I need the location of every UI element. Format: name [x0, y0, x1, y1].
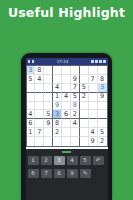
sudoku-cell-r7c7[interactable]: [80, 119, 89, 128]
phone-mockup: 17:24 3854978475314529984536269841724592…: [21, 53, 112, 200]
page-title: Useful Highlight: [0, 5, 133, 20]
sudoku-cell-r7c9[interactable]: [98, 119, 107, 128]
sudoku-cell-r9c2[interactable]: [35, 137, 44, 146]
pencil-icon[interactable]: ✎: [80, 169, 91, 178]
sudoku-cell-r4c7[interactable]: 2: [80, 93, 89, 102]
battery-icon: [103, 60, 106, 63]
key-2[interactable]: 2: [41, 156, 52, 165]
sudoku-cell-r3c7[interactable]: 5: [80, 84, 89, 93]
status-bar-right-icons: [91, 60, 106, 63]
key-8[interactable]: 8: [54, 169, 65, 178]
sudoku-cell-r6c4[interactable]: 3: [53, 110, 62, 119]
sudoku-cell-r2c4[interactable]: [53, 75, 62, 84]
sudoku-cell-r6c1[interactable]: 4: [27, 110, 36, 119]
sudoku-cell-r5c9[interactable]: [98, 102, 107, 111]
sudoku-cell-r3c4[interactable]: 4: [53, 84, 62, 93]
sudoku-cell-r5c6[interactable]: 8: [71, 102, 80, 111]
sudoku-cell-r5c3[interactable]: [44, 102, 53, 111]
sudoku-cell-r4c6[interactable]: 5: [71, 93, 80, 102]
signal-icon: [95, 60, 98, 63]
sudoku-cell-r2c1[interactable]: 5: [27, 75, 36, 84]
sudoku-cell-r8c4[interactable]: 2: [53, 128, 62, 137]
sudoku-cell-r2c9[interactable]: 8: [98, 75, 107, 84]
alarm-icon: [91, 60, 94, 63]
sudoku-cell-r4c8[interactable]: [89, 93, 98, 102]
sudoku-cell-r3c1[interactable]: [27, 84, 36, 93]
sudoku-cell-r2c2[interactable]: 4: [35, 75, 44, 84]
sudoku-cell-r5c4[interactable]: 9: [53, 102, 62, 111]
sudoku-cell-r1c3[interactable]: [44, 66, 53, 75]
sudoku-cell-r6c7[interactable]: [80, 110, 89, 119]
sudoku-cell-r1c5[interactable]: [62, 66, 71, 75]
sudoku-cell-r6c6[interactable]: 2: [71, 110, 80, 119]
sudoku-cell-r2c5[interactable]: [62, 75, 71, 84]
status-bar-left-icons: [28, 60, 35, 63]
sudoku-cell-r6c9[interactable]: [98, 110, 107, 119]
sudoku-cell-r2c8[interactable]: 7: [89, 75, 98, 84]
sudoku-cell-r8c5[interactable]: [62, 128, 71, 137]
sudoku-cell-r8c6[interactable]: [71, 128, 80, 137]
sudoku-cell-r7c1[interactable]: 6: [27, 119, 36, 128]
sudoku-cell-r4c2[interactable]: [35, 93, 44, 102]
sudoku-cell-r8c2[interactable]: 7: [35, 128, 44, 137]
sudoku-cell-r4c9[interactable]: 9: [98, 93, 107, 102]
sudoku-cell-r8c7[interactable]: [80, 128, 89, 137]
sudoku-cell-r1c9[interactable]: [98, 66, 107, 75]
sudoku-cell-r1c2[interactable]: 8: [35, 66, 44, 75]
phone-screen: 17:24 3854978475314529984536269841724592…: [26, 58, 108, 200]
sudoku-cell-r7c3[interactable]: 9: [44, 119, 53, 128]
keypad-row-1: 12345↶: [26, 156, 108, 165]
key-3[interactable]: 3: [54, 156, 65, 165]
sudoku-cell-r9c3[interactable]: [44, 137, 53, 146]
sudoku-cell-r5c7[interactable]: [80, 102, 89, 111]
sudoku-cell-r8c9[interactable]: 5: [98, 128, 107, 137]
number-keypad: 12345↶ 6789✎: [26, 149, 108, 200]
sudoku-cell-r3c3[interactable]: [44, 84, 53, 93]
sudoku-cell-r3c5[interactable]: [62, 84, 71, 93]
sudoku-cell-r1c1[interactable]: 3: [27, 66, 36, 75]
sudoku-cell-r6c8[interactable]: [89, 110, 98, 119]
sudoku-cell-r1c4[interactable]: [53, 66, 62, 75]
sudoku-cell-r3c9[interactable]: 3: [98, 84, 107, 93]
sudoku-cell-r8c1[interactable]: 1: [27, 128, 36, 137]
sudoku-cell-r3c2[interactable]: [35, 84, 44, 93]
key-9[interactable]: 9: [67, 169, 78, 178]
sudoku-cell-r8c8[interactable]: 4: [89, 128, 98, 137]
sudoku-cell-r6c3[interactable]: 5: [44, 110, 53, 119]
sudoku-board[interactable]: 3854978475314529984536269841724592: [26, 65, 108, 147]
sudoku-cell-r1c8[interactable]: [89, 66, 98, 75]
keypad-row-2: 6789✎: [26, 169, 108, 178]
key-5[interactable]: 5: [80, 156, 91, 165]
key-7[interactable]: 7: [41, 169, 52, 178]
sudoku-cell-r5c2[interactable]: [35, 102, 44, 111]
sudoku-cell-r9c6[interactable]: [71, 137, 80, 146]
sudoku-cell-r8c3[interactable]: [44, 128, 53, 137]
sudoku-cell-r7c4[interactable]: 8: [53, 119, 62, 128]
undo-icon[interactable]: ↶: [93, 156, 104, 165]
status-bar: 17:24: [26, 58, 108, 65]
progress-accent-bar: [62, 151, 71, 153]
sudoku-cell-r6c2[interactable]: [35, 110, 44, 119]
sudoku-cell-r1c6[interactable]: [71, 66, 80, 75]
sudoku-cell-r3c6[interactable]: 7: [71, 84, 80, 93]
sudoku-cell-r4c3[interactable]: [44, 93, 53, 102]
key-1[interactable]: 1: [28, 156, 39, 165]
sudoku-cell-r9c7[interactable]: [80, 137, 89, 146]
usb-icon: [32, 60, 35, 63]
sudoku-cell-r9c4[interactable]: [53, 137, 62, 146]
sudoku-cell-r7c6[interactable]: 4: [71, 119, 80, 128]
sudoku-cell-r5c1[interactable]: [27, 102, 36, 111]
sudoku-cell-r4c4[interactable]: 1: [53, 93, 62, 102]
key-4[interactable]: 4: [67, 156, 78, 165]
sudoku-cell-r9c9[interactable]: 2: [98, 137, 107, 146]
sudoku-cell-r5c5[interactable]: [62, 102, 71, 111]
sudoku-cell-r4c5[interactable]: 4: [62, 93, 71, 102]
sudoku-cell-r1c7[interactable]: [80, 66, 89, 75]
sudoku-cell-r6c5[interactable]: 6: [62, 110, 71, 119]
key-6[interactable]: 6: [28, 169, 39, 178]
sudoku-cell-r9c5[interactable]: [62, 137, 71, 146]
wifi-icon: [99, 60, 102, 63]
sudoku-cell-r7c2[interactable]: [35, 119, 44, 128]
sudoku-cell-r4c1[interactable]: [27, 93, 36, 102]
sudoku-cell-r9c1[interactable]: [27, 137, 36, 146]
sudoku-cell-r5c8[interactable]: [89, 102, 98, 111]
sudoku-cell-r2c7[interactable]: [80, 75, 89, 84]
sudoku-cell-r2c6[interactable]: 9: [71, 75, 80, 84]
sudoku-cell-r2c3[interactable]: [44, 75, 53, 84]
sudoku-cell-r9c8[interactable]: 9: [89, 137, 98, 146]
status-bar-time: 17:24: [57, 60, 69, 64]
sudoku-cell-r3c8[interactable]: [89, 84, 98, 93]
sudoku-cell-r7c8[interactable]: [89, 119, 98, 128]
message-icon: [28, 60, 31, 63]
sudoku-cell-r7c5[interactable]: [62, 119, 71, 128]
